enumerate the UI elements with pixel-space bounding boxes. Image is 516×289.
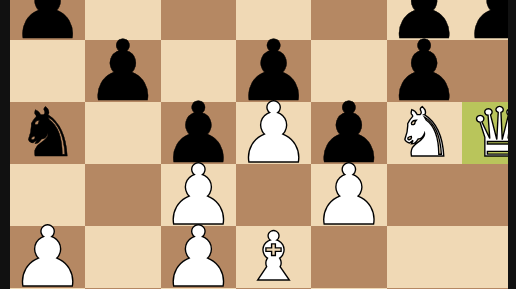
square-a6[interactable] [10, 40, 85, 102]
square-a7[interactable]: ♟ [10, 0, 85, 40]
piece-white-bishop: ♝ [243, 226, 304, 288]
piece-black-knight: ♞ [17, 102, 78, 164]
piece-white-pawn: ♟ [236, 102, 311, 164]
square-a3[interactable]: ♟ [10, 226, 85, 288]
piece-black-pawn: ♟ [236, 40, 311, 102]
square-f3[interactable] [387, 226, 462, 288]
square-f7[interactable]: ♟ [387, 0, 462, 40]
piece-white-knight: ♞ [394, 102, 455, 164]
square-d6[interactable]: ♟ [236, 40, 311, 102]
square-c4[interactable]: ♟ [161, 164, 236, 226]
square-b5[interactable] [85, 102, 160, 164]
piece-black-pawn: ♟ [387, 0, 462, 40]
left-edge-bar [0, 0, 10, 289]
square-a4[interactable] [10, 164, 85, 226]
right-edge-bar [508, 0, 516, 289]
square-e4[interactable]: ♟ [311, 164, 386, 226]
piece-black-pawn: ♟ [10, 0, 85, 40]
square-d7[interactable] [236, 0, 311, 40]
piece-black-pawn: ♟ [387, 40, 462, 102]
square-b3[interactable] [85, 226, 160, 288]
square-f4[interactable] [387, 164, 462, 226]
square-d3[interactable]: ♝ [236, 226, 311, 288]
square-f6[interactable]: ♟ [387, 40, 462, 102]
piece-black-pawn: ♟ [85, 40, 160, 102]
piece-black-pawn: ♟ [161, 102, 236, 164]
square-b4[interactable] [85, 164, 160, 226]
piece-white-pawn: ♟ [161, 226, 236, 288]
square-a5[interactable]: ♞ [10, 102, 85, 164]
square-e5[interactable]: ♟ [311, 102, 386, 164]
square-e6[interactable] [311, 40, 386, 102]
piece-white-pawn: ♟ [10, 226, 85, 288]
square-c6[interactable] [161, 40, 236, 102]
chess-board: ♟♟♟♟♟♟6♞♟♟♟♞♛5♟♟4♟♟♝3 [10, 0, 508, 289]
square-b7[interactable] [85, 0, 160, 40]
chessboard-frame: ♟♟♟♟♟♟6♞♟♟♟♞♛5♟♟4♟♟♝3 [0, 0, 516, 289]
piece-black-pawn: ♟ [311, 102, 386, 164]
square-c7[interactable] [161, 0, 236, 40]
square-c5[interactable]: ♟ [161, 102, 236, 164]
square-f5[interactable]: ♞ [387, 102, 462, 164]
square-d5[interactable]: ♟ [236, 102, 311, 164]
piece-white-pawn: ♟ [311, 164, 386, 226]
square-c3[interactable]: ♟ [161, 226, 236, 288]
square-d4[interactable] [236, 164, 311, 226]
square-e7[interactable] [311, 0, 386, 40]
square-e3[interactable] [311, 226, 386, 288]
square-b6[interactable]: ♟ [85, 40, 160, 102]
piece-white-pawn: ♟ [161, 164, 236, 226]
